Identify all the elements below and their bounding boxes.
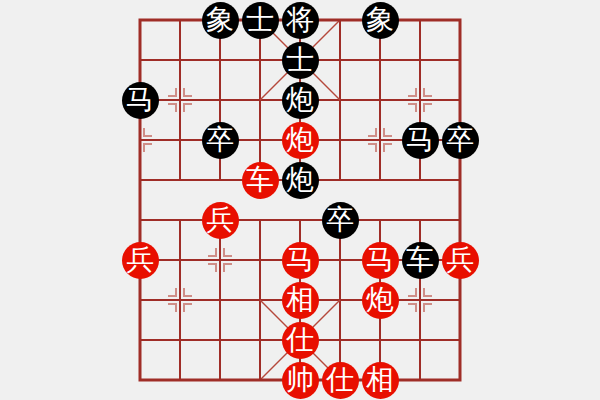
board-intersection: 车: [400, 240, 440, 280]
piece-black-horse[interactable]: 马: [402, 122, 439, 159]
piece-red-horse[interactable]: 马: [282, 242, 319, 279]
piece-black-horse[interactable]: 马: [122, 82, 159, 119]
board-intersection: 炮: [280, 80, 320, 120]
board-intersection: 马: [120, 80, 160, 120]
board-intersection: 炮: [280, 160, 320, 200]
board-intersection: 士: [280, 40, 320, 80]
xiangqi-board[interactable]: 象士将象士马炮卒炮马卒车炮兵卒兵马马车兵相炮仕帅仕相: [120, 0, 480, 400]
xiangqi-app-background: 象士将象士马炮卒炮马卒车炮兵卒兵马马车兵相炮仕帅仕相: [0, 0, 600, 400]
piece-black-general[interactable]: 将: [282, 2, 319, 39]
piece-black-soldier[interactable]: 卒: [202, 122, 239, 159]
board-intersection: 卒: [440, 120, 480, 160]
piece-black-soldier[interactable]: 卒: [442, 122, 479, 159]
piece-red-advisor[interactable]: 仕: [282, 322, 319, 359]
piece-black-elephant[interactable]: 象: [202, 2, 239, 39]
board-intersection: 象: [200, 0, 240, 40]
board-intersection: 象: [360, 0, 400, 40]
board-intersection: 兵: [120, 240, 160, 280]
piece-red-cannon[interactable]: 炮: [362, 282, 399, 319]
board-intersection: 兵: [440, 240, 480, 280]
board-intersection: 卒: [320, 200, 360, 240]
board-intersection: 卒: [200, 120, 240, 160]
piece-red-elephant[interactable]: 相: [362, 362, 399, 399]
piece-red-elephant[interactable]: 相: [282, 282, 319, 319]
piece-red-chariot[interactable]: 车: [242, 162, 279, 199]
piece-red-soldier[interactable]: 兵: [122, 242, 159, 279]
board-intersection: 车: [240, 160, 280, 200]
board-intersection: 士: [240, 0, 280, 40]
piece-red-cannon[interactable]: 炮: [282, 122, 319, 159]
board-intersection: 相: [360, 360, 400, 400]
piece-black-cannon[interactable]: 炮: [282, 162, 319, 199]
piece-black-soldier[interactable]: 卒: [322, 202, 359, 239]
board-intersection: 帅: [280, 360, 320, 400]
piece-black-advisor[interactable]: 士: [242, 2, 279, 39]
piece-red-general[interactable]: 帅: [282, 362, 319, 399]
piece-red-advisor[interactable]: 仕: [322, 362, 359, 399]
piece-black-chariot[interactable]: 车: [402, 242, 439, 279]
piece-black-elephant[interactable]: 象: [362, 2, 399, 39]
piece-red-horse[interactable]: 马: [362, 242, 399, 279]
piece-red-soldier[interactable]: 兵: [442, 242, 479, 279]
piece-black-advisor[interactable]: 士: [282, 42, 319, 79]
board-intersection: 炮: [360, 280, 400, 320]
piece-red-soldier[interactable]: 兵: [202, 202, 239, 239]
board-intersection: 兵: [200, 200, 240, 240]
board-intersection: 相: [280, 280, 320, 320]
board-intersection: 将: [280, 0, 320, 40]
board-intersection: 马: [400, 120, 440, 160]
board-intersection: 马: [280, 240, 320, 280]
piece-black-cannon[interactable]: 炮: [282, 82, 319, 119]
board-intersection: 马: [360, 240, 400, 280]
board-intersection: 仕: [320, 360, 360, 400]
board-intersection: 炮: [280, 120, 320, 160]
board-intersection: 仕: [280, 320, 320, 360]
